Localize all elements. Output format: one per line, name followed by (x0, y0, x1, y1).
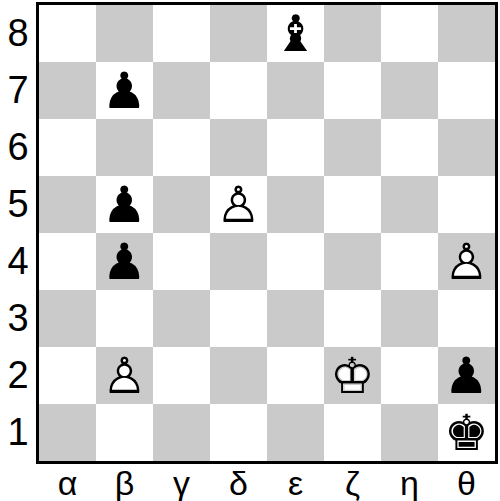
chess-board: ♝♟♟♟♙♟♟♙♟♙♚♔♟♚ (36, 2, 498, 464)
square-a2[interactable] (39, 347, 96, 404)
square-g3[interactable] (381, 290, 438, 347)
square-a7[interactable] (39, 62, 96, 119)
square-f1[interactable] (324, 404, 381, 461)
white-king-outline: ♔ (324, 347, 381, 404)
rank-label-8: 8 (0, 5, 36, 62)
black-king-glyph: ♚ (438, 404, 495, 461)
file-label-b: β (96, 464, 153, 501)
square-g5[interactable] (381, 176, 438, 233)
square-b6[interactable] (96, 119, 153, 176)
square-b8[interactable] (96, 5, 153, 62)
square-h8[interactable] (438, 5, 495, 62)
square-b7[interactable]: ♟ (96, 62, 153, 119)
square-e2[interactable] (267, 347, 324, 404)
rank-labels: 87654321 (0, 2, 36, 464)
square-a4[interactable] (39, 233, 96, 290)
file-label-h: θ (438, 464, 495, 501)
square-d6[interactable] (210, 119, 267, 176)
square-e5[interactable] (267, 176, 324, 233)
square-c8[interactable] (153, 5, 210, 62)
square-b5[interactable]: ♟ (96, 176, 153, 233)
file-label-d: δ (210, 464, 267, 501)
square-c2[interactable] (153, 347, 210, 404)
square-g4[interactable] (381, 233, 438, 290)
square-e6[interactable] (267, 119, 324, 176)
square-d8[interactable] (210, 5, 267, 62)
black-pawn-glyph: ♟ (96, 62, 153, 119)
rank-label-3: 3 (0, 290, 36, 347)
square-f6[interactable] (324, 119, 381, 176)
white-pawn[interactable]: ♟♙ (438, 233, 495, 290)
square-c4[interactable] (153, 233, 210, 290)
black-king[interactable]: ♚ (438, 404, 495, 461)
square-f5[interactable] (324, 176, 381, 233)
rank-label-2: 2 (0, 347, 36, 404)
square-b2[interactable]: ♟♙ (96, 347, 153, 404)
square-d7[interactable] (210, 62, 267, 119)
square-b1[interactable] (96, 404, 153, 461)
rank-label-4: 4 (0, 233, 36, 290)
file-label-e: ε (267, 464, 324, 501)
square-f2[interactable]: ♚♔ (324, 347, 381, 404)
white-pawn-outline: ♙ (96, 347, 153, 404)
square-a6[interactable] (39, 119, 96, 176)
square-e4[interactable] (267, 233, 324, 290)
square-e7[interactable] (267, 62, 324, 119)
square-h4[interactable]: ♟♙ (438, 233, 495, 290)
square-b3[interactable] (96, 290, 153, 347)
black-pawn-glyph: ♟ (96, 233, 153, 290)
file-label-c: γ (153, 464, 210, 501)
file-label-a: α (39, 464, 96, 501)
rank-label-5: 5 (0, 176, 36, 233)
square-g7[interactable] (381, 62, 438, 119)
black-pawn[interactable]: ♟ (96, 176, 153, 233)
square-c1[interactable] (153, 404, 210, 461)
white-king[interactable]: ♚♔ (324, 347, 381, 404)
square-f4[interactable] (324, 233, 381, 290)
square-c5[interactable] (153, 176, 210, 233)
square-h1[interactable]: ♚ (438, 404, 495, 461)
square-a3[interactable] (39, 290, 96, 347)
square-c7[interactable] (153, 62, 210, 119)
square-g6[interactable] (381, 119, 438, 176)
file-label-g: η (381, 464, 438, 501)
chess-diagram: 87654321 ♝♟♟♟♙♟♟♙♟♙♚♔♟♚ αβγδεζηθ (0, 0, 500, 501)
square-a1[interactable] (39, 404, 96, 461)
square-d3[interactable] (210, 290, 267, 347)
square-h5[interactable] (438, 176, 495, 233)
square-b4[interactable]: ♟ (96, 233, 153, 290)
square-e3[interactable] (267, 290, 324, 347)
white-pawn[interactable]: ♟♙ (210, 176, 267, 233)
square-g8[interactable] (381, 5, 438, 62)
black-pawn-glyph: ♟ (96, 176, 153, 233)
square-h3[interactable] (438, 290, 495, 347)
white-pawn-outline: ♙ (438, 233, 495, 290)
black-bishop[interactable]: ♝ (267, 5, 324, 62)
file-label-f: ζ (324, 464, 381, 501)
black-pawn[interactable]: ♟ (96, 62, 153, 119)
square-a8[interactable] (39, 5, 96, 62)
square-e1[interactable] (267, 404, 324, 461)
square-d5[interactable]: ♟♙ (210, 176, 267, 233)
rank-label-1: 1 (0, 404, 36, 461)
square-a5[interactable] (39, 176, 96, 233)
file-labels: αβγδεζηθ (39, 464, 495, 501)
square-g1[interactable] (381, 404, 438, 461)
square-c3[interactable] (153, 290, 210, 347)
square-h6[interactable] (438, 119, 495, 176)
square-g2[interactable] (381, 347, 438, 404)
square-e8[interactable]: ♝ (267, 5, 324, 62)
white-pawn-outline: ♙ (210, 176, 267, 233)
square-h2[interactable]: ♟ (438, 347, 495, 404)
rank-label-7: 7 (0, 62, 36, 119)
square-d1[interactable] (210, 404, 267, 461)
black-bishop-glyph: ♝ (267, 5, 324, 62)
square-f8[interactable] (324, 5, 381, 62)
square-d4[interactable] (210, 233, 267, 290)
square-h7[interactable] (438, 62, 495, 119)
black-pawn[interactable]: ♟ (96, 233, 153, 290)
black-pawn[interactable]: ♟ (438, 347, 495, 404)
square-f3[interactable] (324, 290, 381, 347)
black-pawn-glyph: ♟ (438, 347, 495, 404)
white-pawn[interactable]: ♟♙ (96, 347, 153, 404)
rank-label-6: 6 (0, 119, 36, 176)
square-f7[interactable] (324, 62, 381, 119)
square-c6[interactable] (153, 119, 210, 176)
square-d2[interactable] (210, 347, 267, 404)
board-wrap: ♝♟♟♟♙♟♟♙♟♙♚♔♟♚ (36, 2, 498, 464)
